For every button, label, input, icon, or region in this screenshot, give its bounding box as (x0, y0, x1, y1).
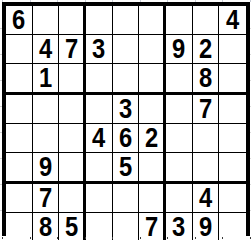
cell-r1c4[interactable] (86, 6, 113, 35)
gridline-tick (167, 237, 168, 239)
gridline-tick (140, 0, 141, 2)
cell-r8c7[interactable]: 3 (166, 213, 193, 240)
cell-r3c9[interactable] (219, 64, 246, 95)
cell-r5c6[interactable]: 2 (139, 124, 166, 153)
gridline-tick (140, 237, 141, 239)
cell-r4c7[interactable] (166, 95, 193, 124)
gridline-tick (250, 184, 251, 185)
given-digit: 1 (39, 64, 52, 92)
cell-r7c7[interactable] (166, 184, 193, 213)
cell-r4c2[interactable] (33, 95, 60, 124)
given-digit: 9 (199, 213, 212, 240)
gridline-tick (0, 158, 2, 159)
cell-r5c4[interactable]: 4 (86, 124, 113, 153)
gridline-tick (250, 80, 251, 81)
cell-r8c9[interactable] (219, 213, 246, 240)
gridline-tick (250, 132, 251, 133)
cell-r4c4[interactable] (86, 95, 113, 124)
cell-r6c8[interactable] (193, 153, 220, 184)
cell-r4c6[interactable] (139, 95, 166, 124)
cell-r2c9[interactable] (219, 35, 246, 64)
cell-r3c3[interactable] (59, 64, 86, 95)
cell-r5c2[interactable] (33, 124, 60, 153)
given-digit: 7 (199, 95, 212, 123)
cell-r7c6[interactable] (139, 184, 166, 213)
cell-r3c2[interactable]: 1 (33, 64, 60, 95)
cell-r3c1[interactable] (6, 64, 33, 95)
cell-r1c9[interactable]: 4 (219, 6, 246, 35)
cell-r2c6[interactable] (139, 35, 166, 64)
cell-r7c2[interactable]: 7 (33, 184, 60, 213)
gridline-tick (0, 210, 2, 211)
gridline-tick (0, 28, 2, 29)
given-digit: 8 (39, 213, 52, 240)
cell-r6c9[interactable] (219, 153, 246, 184)
given-digit: 3 (92, 35, 105, 63)
cell-r7c4[interactable] (86, 184, 113, 213)
gridline-tick (250, 0, 251, 2)
cell-r3c6[interactable] (139, 64, 166, 95)
given-digit: 2 (145, 124, 158, 152)
cell-r8c3[interactable]: 5 (59, 213, 86, 240)
cell-r8c6[interactable]: 7 (139, 213, 166, 240)
cell-r5c5[interactable]: 6 (113, 124, 140, 153)
cell-r2c5[interactable] (113, 35, 140, 64)
cell-r1c3[interactable] (59, 6, 86, 35)
gridline-tick (0, 80, 2, 81)
given-digit: 4 (226, 6, 239, 34)
cell-r5c9[interactable] (219, 124, 246, 153)
cell-r3c4[interactable] (86, 64, 113, 95)
cell-r2c7[interactable]: 9 (166, 35, 193, 64)
cell-r6c6[interactable] (139, 153, 166, 184)
cell-r6c5[interactable]: 5 (113, 153, 140, 184)
cell-r6c3[interactable] (59, 153, 86, 184)
given-digit: 4 (39, 35, 52, 63)
cell-r8c4[interactable] (86, 213, 113, 240)
cell-r3c8[interactable]: 8 (193, 64, 220, 95)
given-digit: 9 (39, 153, 52, 181)
gridline-tick (195, 237, 196, 239)
gridline-tick (195, 0, 196, 2)
gridline-tick (250, 158, 251, 159)
gridline-tick (250, 28, 251, 29)
cell-r5c8[interactable] (193, 124, 220, 153)
gridline-tick (30, 0, 31, 2)
cell-r5c7[interactable] (166, 124, 193, 153)
cell-r7c9[interactable] (219, 184, 246, 213)
gridline-tick (112, 237, 113, 239)
gridline-tick (167, 0, 168, 2)
cell-r7c1[interactable] (6, 184, 33, 213)
cell-r4c8[interactable]: 7 (193, 95, 220, 124)
given-digit: 3 (172, 213, 185, 240)
gridline-tick (57, 237, 58, 239)
given-digit: 7 (65, 35, 78, 63)
cell-r1c1[interactable]: 6 (6, 6, 33, 35)
cell-r7c5[interactable] (113, 184, 140, 213)
given-digit: 8 (199, 64, 212, 92)
cell-r8c1[interactable] (6, 213, 33, 240)
given-digit: 5 (65, 213, 78, 240)
given-digit: 6 (12, 6, 25, 34)
gridline-tick (0, 54, 2, 55)
cell-r8c5[interactable] (113, 213, 140, 240)
gridline-tick (250, 106, 251, 107)
gridline-tick (250, 237, 251, 239)
gridline-tick (2, 0, 3, 2)
gridline-tick (222, 0, 223, 2)
given-digit: 3 (119, 95, 132, 123)
given-digit: 6 (119, 124, 132, 152)
gridline-tick (222, 237, 223, 239)
cell-r3c7[interactable] (166, 64, 193, 95)
given-digit: 9 (172, 35, 185, 63)
gridline-tick (57, 0, 58, 2)
gridline-tick (0, 132, 2, 133)
cell-r1c7[interactable] (166, 6, 193, 35)
cell-r4c5[interactable]: 3 (113, 95, 140, 124)
given-digit: 4 (92, 124, 105, 152)
gridline-tick (250, 54, 251, 55)
cell-r5c3[interactable] (59, 124, 86, 153)
cell-r4c3[interactable] (59, 95, 86, 124)
cell-r6c1[interactable] (6, 153, 33, 184)
cell-r1c5[interactable] (113, 6, 140, 35)
cell-r4c9[interactable] (219, 95, 246, 124)
given-digit: 7 (39, 184, 52, 212)
gridline-tick (112, 0, 113, 2)
given-digit: 7 (145, 213, 158, 240)
gridline-tick (85, 237, 86, 239)
cell-r7c8[interactable]: 4 (193, 184, 220, 213)
gridline-tick (250, 210, 251, 211)
given-digit: 4 (199, 184, 212, 212)
cell-r8c8[interactable]: 9 (193, 213, 220, 240)
cell-r6c4[interactable] (86, 153, 113, 184)
cell-r2c2[interactable]: 4 (33, 35, 60, 64)
cell-r2c4[interactable]: 3 (86, 35, 113, 64)
gridline-tick (0, 184, 2, 185)
cell-r6c7[interactable] (166, 153, 193, 184)
gridline-tick (2, 237, 3, 239)
cell-r2c3[interactable]: 7 (59, 35, 86, 64)
cell-r6c2[interactable]: 9 (33, 153, 60, 184)
given-digit: 5 (119, 153, 132, 181)
cell-r4c1[interactable] (6, 95, 33, 124)
cell-r1c2[interactable] (33, 6, 60, 35)
given-digit: 2 (199, 35, 212, 63)
cell-r8c2[interactable]: 8 (33, 213, 60, 240)
sudoku-board: 6447392183746295748573942 (2, 2, 250, 236)
gridline-tick (30, 237, 31, 239)
cell-r2c1[interactable] (6, 35, 33, 64)
cell-r2c8[interactable]: 2 (193, 35, 220, 64)
gridline-tick (0, 106, 2, 107)
cell-r7c3[interactable] (59, 184, 86, 213)
cell-r1c6[interactable] (139, 6, 166, 35)
cell-r3c5[interactable] (113, 64, 140, 95)
gridline-tick (85, 0, 86, 2)
cell-r5c1[interactable] (6, 124, 33, 153)
cell-r1c8[interactable] (193, 6, 220, 35)
